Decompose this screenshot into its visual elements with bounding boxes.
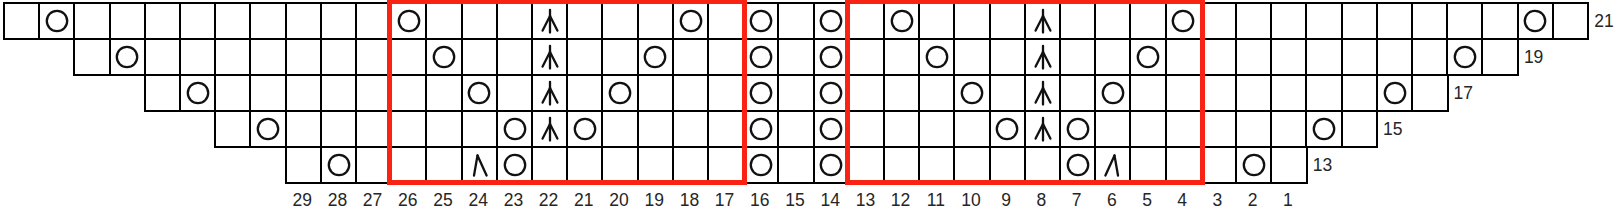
chart-cell [1200, 146, 1238, 184]
yarn-over-icon [605, 78, 635, 108]
chart-cell [707, 74, 745, 112]
chart-cell [1305, 74, 1343, 112]
chart-cell [1270, 74, 1308, 112]
chart-cell [1094, 146, 1132, 184]
chart-cell [285, 110, 323, 148]
chart-cell [777, 74, 815, 112]
yarn-over-icon [887, 6, 917, 36]
chart-cell [777, 146, 815, 184]
chart-cell [953, 110, 991, 148]
chart-cell [1129, 110, 1167, 148]
stitch-number: 14 [820, 190, 839, 211]
chart-cell [1270, 2, 1308, 40]
yarn-over-icon [1239, 150, 1269, 180]
chart-cell [1059, 110, 1097, 148]
chart-cell [320, 74, 358, 112]
chart-cell [601, 38, 639, 76]
chart-cell [179, 2, 217, 40]
chart-cell [390, 38, 428, 76]
chart-cell [918, 110, 956, 148]
chart-cell [742, 74, 780, 112]
chart-cell [1235, 146, 1273, 184]
row-number: 19 [1524, 47, 1543, 68]
stitch-number: 17 [715, 190, 734, 211]
yarn-over-icon [746, 6, 776, 36]
chart-cell [637, 38, 675, 76]
chart-cell [566, 38, 604, 76]
chart-cell [566, 74, 604, 112]
yarn-over-icon [816, 150, 846, 180]
chart-cell [918, 146, 956, 184]
chart-cell [1481, 38, 1519, 76]
chart-cell [883, 110, 921, 148]
chart-cell [601, 2, 639, 40]
yarn-over-icon [922, 42, 952, 72]
chart-cell [707, 38, 745, 76]
yarn-over-icon [992, 114, 1022, 144]
yarn-over-icon [1063, 150, 1093, 180]
stitch-number: 19 [644, 190, 663, 211]
stitch-number: 5 [1142, 190, 1152, 211]
chart-cell [707, 110, 745, 148]
chart-cell [144, 2, 182, 40]
chart-cell [566, 2, 604, 40]
chart-cell [1059, 146, 1097, 184]
yarn-over-icon [746, 42, 776, 72]
chart-cell [285, 38, 323, 76]
yarn-over-icon [464, 78, 494, 108]
chart-cell [390, 146, 428, 184]
chart-cell [320, 38, 358, 76]
yarn-over-icon [1309, 114, 1339, 144]
stitch-number: 26 [398, 190, 417, 211]
chart-cell [1341, 74, 1379, 112]
chart-cell [1129, 2, 1167, 40]
knitting-chart: 2928272625242322212019181716151413121110… [0, 0, 1614, 216]
row-number: 13 [1313, 155, 1332, 176]
chart-cell [637, 110, 675, 148]
chart-cell [214, 38, 252, 76]
stitch-number: 2 [1248, 190, 1258, 211]
yarn-over-icon [324, 150, 354, 180]
chart-cell [214, 2, 252, 40]
chart-cell [601, 110, 639, 148]
chart-cell [918, 38, 956, 76]
chart-cell [461, 74, 499, 112]
chart-cell [989, 110, 1027, 148]
chart-cell [707, 2, 745, 40]
stitch-number: 27 [363, 190, 382, 211]
chart-cell [1517, 2, 1555, 40]
chart-cell [1552, 2, 1590, 40]
chart-cell [883, 38, 921, 76]
yarn-over-icon [570, 114, 600, 144]
chart-cell [1411, 2, 1449, 40]
yarn-over-icon [640, 42, 670, 72]
yarn-over-icon [394, 6, 424, 36]
chart-cell [601, 74, 639, 112]
yarn-over-icon [500, 150, 530, 180]
chart-cell [38, 2, 76, 40]
chart-cell [285, 146, 323, 184]
chart-cell [813, 146, 851, 184]
chart-cell [672, 110, 710, 148]
chart-cell [848, 38, 886, 76]
chart-cell [531, 74, 569, 112]
yarn-over-icon [1380, 78, 1410, 108]
right-leaning-decrease-icon [1098, 150, 1128, 180]
chart-cell [144, 74, 182, 112]
chart-cell [1235, 2, 1273, 40]
chart-cell [848, 74, 886, 112]
chart-cell [109, 38, 147, 76]
stitch-number: 8 [1037, 190, 1047, 211]
yarn-over-icon [429, 42, 459, 72]
stitch-number: 25 [433, 190, 452, 211]
chart-cell [249, 38, 287, 76]
chart-cell [742, 110, 780, 148]
chart-cell [249, 2, 287, 40]
chart-cell [425, 146, 463, 184]
chart-cell [1235, 110, 1273, 148]
chart-cell [953, 74, 991, 112]
stitch-number: 12 [891, 190, 910, 211]
chart-cell [813, 110, 851, 148]
chart-cell [390, 110, 428, 148]
chart-cell [813, 74, 851, 112]
chart-cell [848, 2, 886, 40]
stitch-number: 21 [574, 190, 593, 211]
yarn-over-icon [42, 6, 72, 36]
chart-cell [1024, 146, 1062, 184]
chart-cell [531, 2, 569, 40]
chart-cell [1305, 110, 1343, 148]
chart-cell [1446, 38, 1484, 76]
chart-cell [637, 74, 675, 112]
chart-cell [285, 2, 323, 40]
yarn-over-icon [1098, 78, 1128, 108]
chart-cell [883, 146, 921, 184]
chart-cell [566, 146, 604, 184]
chart-cell [461, 2, 499, 40]
chart-cell [109, 2, 147, 40]
yarn-over-icon [816, 78, 846, 108]
chart-cell [989, 146, 1027, 184]
chart-cell [777, 110, 815, 148]
centered-double-decrease-icon [1028, 6, 1058, 36]
yarn-over-icon [816, 114, 846, 144]
chart-cell [390, 2, 428, 40]
chart-cell [883, 2, 921, 40]
chart-cell [320, 2, 358, 40]
stitch-number: 4 [1177, 190, 1187, 211]
stitch-number: 29 [292, 190, 311, 211]
chart-cell [531, 146, 569, 184]
chart-cell [1165, 110, 1203, 148]
chart-cell [989, 38, 1027, 76]
yarn-over-icon [1133, 42, 1163, 72]
chart-cell [496, 38, 534, 76]
chart-cell [496, 2, 534, 40]
chart-cell [1094, 2, 1132, 40]
chart-cell [144, 38, 182, 76]
chart-cell [601, 146, 639, 184]
centered-double-decrease-icon [535, 42, 565, 72]
yarn-over-icon [1063, 114, 1093, 144]
chart-cell [1024, 2, 1062, 40]
stitch-number: 15 [785, 190, 804, 211]
yarn-over-icon [957, 78, 987, 108]
yarn-over-icon [500, 114, 530, 144]
chart-cell [1341, 110, 1379, 148]
yarn-over-icon [183, 78, 213, 108]
chart-cell [953, 38, 991, 76]
centered-double-decrease-icon [1028, 114, 1058, 144]
chart-cell [1200, 2, 1238, 40]
chart-cell [214, 110, 252, 148]
chart-cell [531, 38, 569, 76]
chart-cell [1059, 2, 1097, 40]
yarn-over-icon [676, 6, 706, 36]
stitch-number: 3 [1213, 190, 1223, 211]
chart-cell [918, 2, 956, 40]
centered-double-decrease-icon [1028, 78, 1058, 108]
chart-cell [566, 110, 604, 148]
stitch-number: 1 [1283, 190, 1293, 211]
chart-cell [285, 74, 323, 112]
stitch-number: 9 [1001, 190, 1011, 211]
chart-cell [1129, 146, 1167, 184]
stitch-number: 10 [961, 190, 980, 211]
left-leaning-decrease-icon [464, 150, 494, 180]
chart-cell [848, 110, 886, 148]
chart-cell [355, 74, 393, 112]
stitch-number: 13 [856, 190, 875, 211]
chart-cell [249, 110, 287, 148]
yarn-over-icon [253, 114, 283, 144]
chart-cell [1165, 74, 1203, 112]
chart-cell [1376, 74, 1414, 112]
chart-cell [848, 146, 886, 184]
yarn-over-icon [1450, 42, 1480, 72]
centered-double-decrease-icon [1028, 42, 1058, 72]
yarn-over-icon [1520, 6, 1550, 36]
chart-cell [214, 74, 252, 112]
chart-cell [1481, 2, 1519, 40]
stitch-number: 24 [468, 190, 487, 211]
stitch-number: 18 [680, 190, 699, 211]
stitch-number: 22 [539, 190, 558, 211]
chart-cell [1024, 38, 1062, 76]
chart-cell [1341, 2, 1379, 40]
chart-cell [425, 110, 463, 148]
chart-cell [672, 2, 710, 40]
yarn-over-icon [746, 150, 776, 180]
chart-cell [1270, 110, 1308, 148]
chart-cell [1200, 38, 1238, 76]
chart-cell [1129, 38, 1167, 76]
chart-cell [989, 2, 1027, 40]
stitch-number: 7 [1072, 190, 1082, 211]
chart-cell [813, 38, 851, 76]
stitch-number: 16 [750, 190, 769, 211]
centered-double-decrease-icon [535, 6, 565, 36]
chart-cell [1200, 74, 1238, 112]
chart-cell [1376, 2, 1414, 40]
chart-cell [355, 38, 393, 76]
stitch-number: 28 [328, 190, 347, 211]
chart-cell [672, 38, 710, 76]
chart-cell [1411, 38, 1449, 76]
chart-cell [1094, 38, 1132, 76]
chart-cell [355, 2, 393, 40]
chart-cell [249, 74, 287, 112]
chart-cell [1024, 74, 1062, 112]
chart-cell [461, 146, 499, 184]
yarn-over-icon [746, 114, 776, 144]
chart-cell [1200, 110, 1238, 148]
stitch-number: 6 [1107, 190, 1117, 211]
chart-cell [672, 74, 710, 112]
centered-double-decrease-icon [535, 78, 565, 108]
chart-cell [461, 110, 499, 148]
yarn-over-icon [1168, 6, 1198, 36]
chart-cell [1305, 2, 1343, 40]
chart-cell [707, 146, 745, 184]
chart-cell [883, 74, 921, 112]
chart-cell [777, 2, 815, 40]
yarn-over-icon [816, 42, 846, 72]
chart-cell [1165, 2, 1203, 40]
chart-cell [953, 2, 991, 40]
chart-cell [320, 110, 358, 148]
chart-cell [1165, 146, 1203, 184]
chart-cell [777, 38, 815, 76]
chart-cell [742, 146, 780, 184]
chart-cell [1235, 38, 1273, 76]
chart-cell [918, 74, 956, 112]
chart-cell [355, 110, 393, 148]
chart-cell [425, 2, 463, 40]
chart-cell [531, 110, 569, 148]
chart-cell [355, 146, 393, 184]
row-number: 15 [1383, 119, 1402, 140]
stitch-number: 23 [504, 190, 523, 211]
chart-cell [1094, 110, 1132, 148]
chart-cell [742, 38, 780, 76]
chart-cell [73, 38, 111, 76]
chart-cell [179, 38, 217, 76]
chart-cell [989, 74, 1027, 112]
chart-cell [461, 38, 499, 76]
stitch-number: 11 [927, 190, 945, 211]
chart-cell [1094, 74, 1132, 112]
chart-cell [1129, 74, 1167, 112]
row-number: 17 [1454, 83, 1473, 104]
chart-cell [953, 146, 991, 184]
chart-cell [496, 74, 534, 112]
chart-cell [1165, 38, 1203, 76]
chart-cell [813, 2, 851, 40]
chart-cell [1059, 38, 1097, 76]
chart-cell [1376, 38, 1414, 76]
row-number: 21 [1594, 11, 1613, 32]
chart-cell [496, 146, 534, 184]
chart-cell [3, 2, 41, 40]
chart-cell [1446, 2, 1484, 40]
chart-cell [1024, 110, 1062, 148]
chart-cell [320, 146, 358, 184]
chart-cell [1305, 38, 1343, 76]
yarn-over-icon [112, 42, 142, 72]
yarn-over-icon [816, 6, 846, 36]
chart-cell [390, 74, 428, 112]
chart-cell [496, 110, 534, 148]
chart-cell [1059, 74, 1097, 112]
chart-cell [742, 2, 780, 40]
yarn-over-icon [746, 78, 776, 108]
chart-cell [1341, 38, 1379, 76]
chart-cell [425, 74, 463, 112]
chart-cell [1235, 74, 1273, 112]
chart-cell [1270, 146, 1308, 184]
chart-cell [672, 146, 710, 184]
centered-double-decrease-icon [535, 114, 565, 144]
chart-cell [425, 38, 463, 76]
chart-cell [73, 2, 111, 40]
chart-cell [637, 2, 675, 40]
chart-cell [1411, 74, 1449, 112]
stitch-number: 20 [609, 190, 628, 211]
chart-cell [637, 146, 675, 184]
chart-cell [1270, 38, 1308, 76]
chart-cell [179, 74, 217, 112]
